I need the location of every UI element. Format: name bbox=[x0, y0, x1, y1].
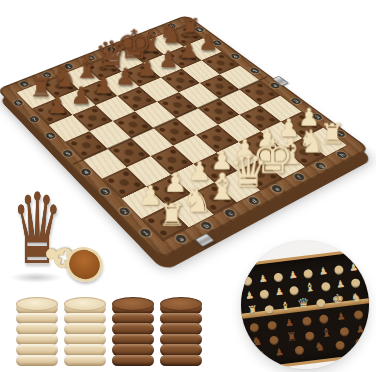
white-pawn-h2: ♟ bbox=[295, 106, 324, 130]
light-mini-checker bbox=[321, 282, 331, 292]
light-mini-bishop: ♝ bbox=[279, 300, 291, 313]
dark-mini-checker bbox=[339, 327, 349, 337]
dark-checker-disc bbox=[160, 355, 202, 367]
dark-mini-checker bbox=[304, 332, 314, 342]
light-mini-pawn: ♟ bbox=[274, 287, 284, 298]
light-mini-pawn: ♟ bbox=[336, 280, 346, 291]
checker-top-face bbox=[112, 297, 154, 311]
dark-mini-checker bbox=[353, 310, 363, 320]
light-mini-knight: ♞ bbox=[350, 291, 362, 304]
light-mini-pawn: ♟ bbox=[258, 274, 268, 285]
light-checker-stack-2 bbox=[64, 297, 106, 366]
light-mini-pawn: ♟ bbox=[245, 291, 255, 302]
light-mini-checker bbox=[303, 269, 313, 279]
light-mini-pawn: ♟ bbox=[318, 266, 328, 277]
light-mini-checker bbox=[351, 279, 361, 289]
coord-file-bottom-c: c bbox=[223, 208, 238, 218]
dark-mini-pawn: ♟ bbox=[355, 324, 365, 335]
dark-checker-stack-3 bbox=[112, 297, 154, 366]
coord-rank-left-6: 6 bbox=[44, 132, 57, 141]
light-mini-checker bbox=[316, 298, 326, 308]
square-d4 bbox=[154, 118, 196, 145]
dark-mini-knight: ♞ bbox=[251, 335, 263, 348]
dark-mini-pawn: ♟ bbox=[274, 348, 284, 359]
coord-rank-left-3: 3 bbox=[98, 186, 112, 196]
light-mini-checker bbox=[243, 277, 253, 287]
white-rook-h1: ♜ bbox=[317, 119, 347, 147]
coord-file-bottom-b: b bbox=[199, 220, 214, 231]
dark-mini-rook: ♜ bbox=[286, 331, 298, 344]
light-mini-pawn: ♟ bbox=[348, 263, 358, 274]
light-mini-checker bbox=[259, 290, 269, 300]
dark-mini-checker bbox=[301, 317, 311, 327]
dark-mini-checker bbox=[269, 336, 279, 346]
light-checker-disc bbox=[64, 355, 106, 367]
light-checker-disc bbox=[64, 344, 106, 356]
coord-file-bottom-e: e bbox=[270, 184, 284, 194]
coord-file-bottom-a: a bbox=[174, 233, 189, 244]
dark-checker-disc bbox=[160, 344, 202, 356]
dark-mini-checker bbox=[250, 323, 260, 333]
dark-mini-knight: ♞ bbox=[314, 340, 326, 353]
dark-checker-disc bbox=[112, 344, 154, 356]
light-mini-rook: ♜ bbox=[246, 304, 258, 317]
checker-top-face bbox=[16, 297, 58, 311]
light-checker-disc bbox=[16, 344, 58, 356]
coord-file-bottom-f: f bbox=[292, 172, 306, 182]
dark-mini-checker bbox=[355, 339, 365, 349]
storage-inset-circle: ♟♟♟♟♟♟♝♟♜♝♛♚♞♟♟♞♜♝♟♟♞ bbox=[241, 241, 369, 369]
light-checker-disc bbox=[16, 323, 58, 335]
coord-rank-left-7: 7 bbox=[28, 115, 41, 123]
board-grid: ♜♞♝♛♚♝♞♜♟♟♟♟♟♟♟♟♟♟♟♟♟♟♟♟♜♞♝♛♚♝♞♜ bbox=[17, 25, 347, 240]
coord-rank-left-1: 1 bbox=[138, 228, 153, 239]
light-mini-checker bbox=[333, 266, 343, 276]
light-mini-king: ♚ bbox=[331, 291, 345, 306]
dark-mini-checker bbox=[267, 321, 277, 331]
light-checker-disc bbox=[64, 323, 106, 335]
light-mini-queen: ♛ bbox=[296, 295, 310, 310]
coord-file-bottom-d: d bbox=[247, 196, 262, 206]
dark-checker-stack-4 bbox=[160, 297, 202, 366]
coord-file-bottom-h: h bbox=[335, 150, 349, 159]
checker-top-face bbox=[160, 297, 202, 311]
light-mini-pawn: ♟ bbox=[288, 270, 298, 281]
light-checker-stack-1 bbox=[16, 297, 58, 366]
coord-rank-left-2: 2 bbox=[118, 206, 132, 216]
checker-stacks bbox=[16, 297, 202, 366]
product-photo-stage: ♜♞♝♛♚♝♞♜♟♟♟♟♟♟♟♟♟♟♟♟♟♟♟♟♜♞♝♛♚♝♞♜ aa88bb7… bbox=[0, 0, 376, 372]
coord-file-bottom-g: g bbox=[314, 161, 328, 170]
dark-checker-disc bbox=[160, 323, 202, 335]
dark-mini-bishop: ♝ bbox=[320, 326, 332, 339]
coord-rank-left-4: 4 bbox=[79, 167, 93, 176]
dark-mini-pawn: ♟ bbox=[284, 318, 294, 329]
dark-mini-checker bbox=[294, 346, 304, 356]
coord-rank-left-8: 8 bbox=[12, 99, 24, 107]
light-checker-disc bbox=[16, 355, 58, 367]
light-mini-bishop: ♝ bbox=[304, 281, 316, 294]
dark-checker-disc bbox=[112, 355, 154, 367]
open-case-interior: ♟♟♟♟♟♟♝♟♜♝♛♚♞♟♟♞♜♝♟♟♞ bbox=[241, 248, 369, 369]
light-mini-checker bbox=[264, 305, 274, 315]
dark-mini-checker bbox=[319, 314, 329, 324]
dark-mini-checker bbox=[335, 341, 345, 351]
checker-top-face bbox=[64, 297, 106, 311]
dark-mini-pawn: ♟ bbox=[336, 311, 346, 322]
light-mini-checker bbox=[273, 273, 283, 283]
dark-checker-disc bbox=[112, 323, 154, 335]
coord-rank-left-5: 5 bbox=[61, 149, 74, 158]
dark-mini-checker bbox=[254, 351, 264, 361]
